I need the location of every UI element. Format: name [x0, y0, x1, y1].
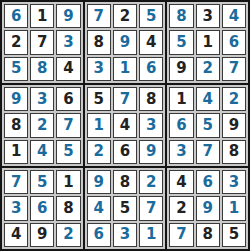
cell-r3c8[interactable]: 2	[196, 57, 220, 81]
box-1: 619273584	[2, 2, 83, 83]
cell-r1c4[interactable]: 7	[87, 4, 111, 28]
cell-r1c2[interactable]: 1	[30, 4, 54, 28]
cell-r6c7[interactable]: 3	[169, 140, 193, 164]
box-4: 936827145	[2, 85, 83, 166]
cell-r8c5[interactable]: 5	[113, 196, 137, 220]
cell-r3c7[interactable]: 9	[169, 57, 193, 81]
cell-r9c6[interactable]: 1	[139, 223, 163, 247]
cell-r6c2[interactable]: 4	[30, 140, 54, 164]
cell-r7c1[interactable]: 7	[4, 170, 28, 194]
cell-r5c1[interactable]: 8	[4, 113, 28, 137]
cell-r8c6[interactable]: 7	[139, 196, 163, 220]
cell-r4c4[interactable]: 5	[87, 87, 111, 111]
cell-r4c8[interactable]: 4	[196, 87, 220, 111]
cell-r2c7[interactable]: 5	[169, 30, 193, 54]
cell-r4c9[interactable]: 2	[222, 87, 246, 111]
box-8: 982457631	[85, 168, 166, 249]
cell-r4c2[interactable]: 3	[30, 87, 54, 111]
cell-r1c5[interactable]: 2	[113, 4, 137, 28]
cell-r8c7[interactable]: 2	[169, 196, 193, 220]
cell-r5c2[interactable]: 2	[30, 113, 54, 137]
cell-r2c4[interactable]: 8	[87, 30, 111, 54]
cell-r7c7[interactable]: 4	[169, 170, 193, 194]
cell-r1c7[interactable]: 8	[169, 4, 193, 28]
cell-r4c1[interactable]: 9	[4, 87, 28, 111]
cell-r9c4[interactable]: 6	[87, 223, 111, 247]
cell-r6c1[interactable]: 1	[4, 140, 28, 164]
cell-r9c1[interactable]: 4	[4, 223, 28, 247]
cell-r4c6[interactable]: 8	[139, 87, 163, 111]
cell-r6c4[interactable]: 2	[87, 140, 111, 164]
cell-r5c8[interactable]: 5	[196, 113, 220, 137]
box-9: 463291785	[167, 168, 248, 249]
box-2: 725894316	[85, 2, 166, 83]
cell-r5c6[interactable]: 3	[139, 113, 163, 137]
cell-r9c2[interactable]: 9	[30, 223, 54, 247]
cell-r4c3[interactable]: 6	[56, 87, 80, 111]
cell-r9c3[interactable]: 2	[56, 223, 80, 247]
box-5: 578143269	[85, 85, 166, 166]
cell-r3c4[interactable]: 3	[87, 57, 111, 81]
cell-r8c9[interactable]: 1	[222, 196, 246, 220]
cell-r6c5[interactable]: 6	[113, 140, 137, 164]
cell-r2c9[interactable]: 6	[222, 30, 246, 54]
cell-r6c3[interactable]: 5	[56, 140, 80, 164]
cell-r8c4[interactable]: 4	[87, 196, 111, 220]
box-3: 834516927	[167, 2, 248, 83]
cell-r8c1[interactable]: 3	[4, 196, 28, 220]
cell-r7c6[interactable]: 2	[139, 170, 163, 194]
cell-r3c9[interactable]: 7	[222, 57, 246, 81]
sudoku-board: 6192735847258943168345169279368271455781…	[0, 0, 250, 251]
cell-r1c3[interactable]: 9	[56, 4, 80, 28]
cell-r6c8[interactable]: 7	[196, 140, 220, 164]
cell-r3c6[interactable]: 6	[139, 57, 163, 81]
cell-r8c2[interactable]: 6	[30, 196, 54, 220]
cell-r2c2[interactable]: 7	[30, 30, 54, 54]
cell-r1c1[interactable]: 6	[4, 4, 28, 28]
cell-r5c7[interactable]: 6	[169, 113, 193, 137]
cell-r6c9[interactable]: 8	[222, 140, 246, 164]
cell-r1c6[interactable]: 5	[139, 4, 163, 28]
cell-r5c3[interactable]: 7	[56, 113, 80, 137]
cell-r3c2[interactable]: 8	[30, 57, 54, 81]
cell-r3c5[interactable]: 1	[113, 57, 137, 81]
cell-r5c4[interactable]: 1	[87, 113, 111, 137]
cell-r2c8[interactable]: 1	[196, 30, 220, 54]
cell-r3c1[interactable]: 5	[4, 57, 28, 81]
cell-r7c2[interactable]: 5	[30, 170, 54, 194]
box-6: 142659378	[167, 85, 248, 166]
cell-r9c5[interactable]: 3	[113, 223, 137, 247]
cell-r2c6[interactable]: 4	[139, 30, 163, 54]
cell-r9c7[interactable]: 7	[169, 223, 193, 247]
cell-r8c8[interactable]: 9	[196, 196, 220, 220]
cell-r8c3[interactable]: 8	[56, 196, 80, 220]
cell-r7c9[interactable]: 3	[222, 170, 246, 194]
cell-r6c6[interactable]: 9	[139, 140, 163, 164]
box-7: 751368492	[2, 168, 83, 249]
cell-r5c9[interactable]: 9	[222, 113, 246, 137]
cell-r7c5[interactable]: 8	[113, 170, 137, 194]
cell-r3c3[interactable]: 4	[56, 57, 80, 81]
cell-r9c8[interactable]: 8	[196, 223, 220, 247]
cell-r5c5[interactable]: 4	[113, 113, 137, 137]
cell-r4c7[interactable]: 1	[169, 87, 193, 111]
cell-r7c8[interactable]: 6	[196, 170, 220, 194]
cell-r1c9[interactable]: 4	[222, 4, 246, 28]
cell-r1c8[interactable]: 3	[196, 4, 220, 28]
cell-r9c9[interactable]: 5	[222, 223, 246, 247]
cell-r2c3[interactable]: 3	[56, 30, 80, 54]
cell-r4c5[interactable]: 7	[113, 87, 137, 111]
cell-r2c1[interactable]: 2	[4, 30, 28, 54]
cell-r7c4[interactable]: 9	[87, 170, 111, 194]
cell-r2c5[interactable]: 9	[113, 30, 137, 54]
cell-r7c3[interactable]: 1	[56, 170, 80, 194]
